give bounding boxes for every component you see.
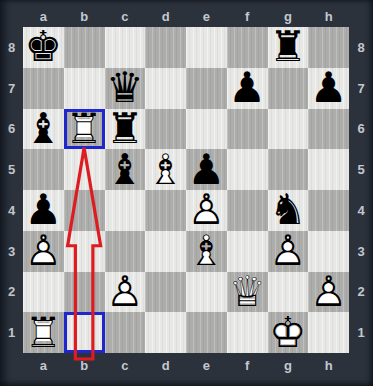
square-g6[interactable] — [268, 109, 309, 150]
square-f4[interactable] — [227, 190, 268, 231]
file-labels-top: abcdefgh — [23, 0, 349, 27]
square-c8[interactable] — [105, 27, 146, 68]
rank-label-7: 7 — [0, 68, 23, 109]
file-label-e: e — [186, 353, 227, 386]
piece-black-pawn[interactable]: ♟ — [188, 150, 226, 190]
rank-label-6: 6 — [0, 109, 23, 150]
square-e3[interactable]: ♝♗ — [186, 231, 227, 272]
piece-black-bishop[interactable]: ♝ — [106, 150, 144, 190]
rank-label-3: 3 — [349, 231, 373, 272]
rank-label-1: 1 — [0, 312, 23, 353]
file-label-d: d — [145, 0, 186, 27]
square-a5[interactable] — [23, 149, 64, 190]
square-f3[interactable] — [227, 231, 268, 272]
file-label-f: f — [227, 0, 268, 27]
file-label-g: g — [268, 0, 309, 27]
piece-glyph: ♝ — [25, 109, 63, 149]
rank-label-7: 7 — [349, 68, 373, 109]
square-g5[interactable] — [268, 149, 309, 190]
square-g3[interactable]: ♟♙ — [268, 231, 309, 272]
rank-label-4: 4 — [0, 190, 23, 231]
square-h7[interactable]: ♟ — [308, 68, 349, 109]
square-f8[interactable] — [227, 27, 268, 68]
square-h1[interactable] — [308, 312, 349, 353]
file-label-b: b — [64, 0, 105, 27]
piece-outline-glyph: ♙ — [106, 272, 144, 312]
rank-labels-right: 87654321 — [349, 27, 373, 353]
piece-black-king[interactable]: ♚ — [25, 27, 63, 67]
square-d7[interactable] — [145, 68, 186, 109]
square-a6[interactable]: ♝ — [23, 109, 64, 150]
piece-glyph: ♛ — [106, 68, 144, 108]
square-e1[interactable] — [186, 312, 227, 353]
square-c1[interactable] — [105, 312, 146, 353]
square-f5[interactable] — [227, 149, 268, 190]
square-f2[interactable]: ♛♕ — [227, 272, 268, 313]
square-e8[interactable] — [186, 27, 227, 68]
square-c6[interactable]: ♜ — [105, 109, 146, 150]
square-a3[interactable]: ♟♙ — [23, 231, 64, 272]
square-g1[interactable]: ♚♔ — [268, 312, 309, 353]
piece-glyph: ♟ — [25, 190, 63, 230]
square-b8[interactable] — [64, 27, 105, 68]
file-label-h: h — [308, 0, 349, 27]
square-d6[interactable] — [145, 109, 186, 150]
square-e5[interactable]: ♟ — [186, 149, 227, 190]
square-a1[interactable]: ♜♖ — [23, 312, 64, 353]
square-e6[interactable] — [186, 109, 227, 150]
square-h8[interactable] — [308, 27, 349, 68]
piece-white-bishop[interactable]: ♝♗ — [188, 231, 226, 271]
piece-outline-glyph: ♗ — [188, 231, 226, 271]
rank-label-3: 3 — [0, 231, 23, 272]
rank-label-5: 5 — [0, 149, 23, 190]
rank-label-8: 8 — [0, 27, 23, 68]
square-c4[interactable] — [105, 190, 146, 231]
piece-outline-glyph: ♔ — [269, 313, 307, 353]
square-c2[interactable]: ♟♙ — [105, 272, 146, 313]
rank-label-1: 1 — [349, 312, 373, 353]
piece-white-pawn[interactable]: ♟♙ — [310, 272, 348, 312]
square-b2[interactable] — [64, 272, 105, 313]
square-a4[interactable]: ♟ — [23, 190, 64, 231]
piece-white-bishop[interactable]: ♝♗ — [147, 150, 185, 190]
piece-white-rook[interactable]: ♜♖ — [25, 313, 63, 353]
piece-glyph: ♜ — [269, 27, 307, 67]
piece-glyph: ♜ — [106, 109, 144, 149]
square-c7[interactable]: ♛ — [105, 68, 146, 109]
piece-glyph: ♟ — [228, 68, 266, 108]
square-g7[interactable] — [268, 68, 309, 109]
chess-board[interactable]: ♚♜♛♟♟♝♜♖♜♝♝♗♟♟♟♙♞♟♙♝♗♟♙♟♙♛♕♟♙♜♖♚♔ — [23, 27, 349, 353]
square-f6[interactable] — [227, 109, 268, 150]
piece-black-pawn[interactable]: ♟ — [25, 190, 63, 230]
piece-white-queen[interactable]: ♛♕ — [228, 272, 266, 312]
square-h6[interactable] — [308, 109, 349, 150]
square-h4[interactable] — [308, 190, 349, 231]
square-b7[interactable] — [64, 68, 105, 109]
square-g2[interactable] — [268, 272, 309, 313]
piece-black-queen[interactable]: ♛ — [106, 68, 144, 108]
square-e2[interactable] — [186, 272, 227, 313]
square-e7[interactable] — [186, 68, 227, 109]
square-h5[interactable] — [308, 149, 349, 190]
piece-black-bishop[interactable]: ♝ — [25, 109, 63, 149]
piece-glyph: ♟ — [188, 150, 226, 190]
square-f1[interactable] — [227, 312, 268, 353]
rank-label-2: 2 — [0, 272, 23, 313]
piece-outline-glyph: ♗ — [147, 150, 185, 190]
square-b4[interactable] — [64, 190, 105, 231]
square-b5[interactable] — [64, 149, 105, 190]
square-d8[interactable] — [145, 27, 186, 68]
rank-label-8: 8 — [349, 27, 373, 68]
square-a7[interactable] — [23, 68, 64, 109]
file-label-a: a — [23, 0, 64, 27]
piece-white-pawn[interactable]: ♟♙ — [188, 190, 226, 230]
piece-glyph: ♞ — [269, 190, 307, 230]
file-label-b: b — [64, 353, 105, 386]
piece-outline-glyph: ♖ — [65, 109, 103, 149]
piece-black-pawn[interactable]: ♟ — [228, 68, 266, 108]
rank-label-5: 5 — [349, 149, 373, 190]
square-b1[interactable] — [64, 312, 105, 353]
file-label-d: d — [145, 353, 186, 386]
piece-outline-glyph: ♕ — [228, 272, 266, 312]
rank-label-6: 6 — [349, 109, 373, 150]
square-d4[interactable] — [145, 190, 186, 231]
square-d3[interactable] — [145, 231, 186, 272]
piece-outline-glyph: ♖ — [25, 313, 63, 353]
square-h3[interactable] — [308, 231, 349, 272]
piece-black-rook[interactable]: ♜ — [106, 109, 144, 149]
rank-labels-left: 87654321 — [0, 27, 23, 353]
file-label-g: g — [268, 353, 309, 386]
piece-glyph: ♝ — [106, 150, 144, 190]
piece-glyph: ♟ — [310, 68, 348, 108]
piece-outline-glyph: ♙ — [269, 231, 307, 271]
file-label-h: h — [308, 353, 349, 386]
rank-label-2: 2 — [349, 272, 373, 313]
square-h2[interactable]: ♟♙ — [308, 272, 349, 313]
chess-app-window: abcdefgh abcdefgh 87654321 87654321 ♚♜♛♟… — [0, 0, 373, 386]
piece-white-king[interactable]: ♚♔ — [269, 313, 307, 353]
file-label-f: f — [227, 353, 268, 386]
file-label-c: c — [105, 353, 146, 386]
square-a8[interactable]: ♚ — [23, 27, 64, 68]
square-c5[interactable]: ♝ — [105, 149, 146, 190]
piece-outline-glyph: ♙ — [188, 190, 226, 230]
square-c3[interactable] — [105, 231, 146, 272]
square-d5[interactable]: ♝♗ — [145, 149, 186, 190]
square-b6[interactable]: ♜♖ — [64, 109, 105, 150]
square-d2[interactable] — [145, 272, 186, 313]
piece-black-rook[interactable]: ♜ — [269, 27, 307, 67]
square-e4[interactable]: ♟♙ — [186, 190, 227, 231]
square-f7[interactable]: ♟ — [227, 68, 268, 109]
piece-white-pawn[interactable]: ♟♙ — [269, 231, 307, 271]
piece-white-pawn[interactable]: ♟♙ — [25, 231, 63, 271]
square-b3[interactable] — [64, 231, 105, 272]
square-g4[interactable]: ♞ — [268, 190, 309, 231]
rank-label-4: 4 — [349, 190, 373, 231]
file-labels-bottom: abcdefgh — [23, 353, 349, 386]
piece-white-rook[interactable]: ♜♖ — [65, 109, 103, 149]
file-label-a: a — [23, 353, 64, 386]
file-label-e: e — [186, 0, 227, 27]
piece-black-knight[interactable]: ♞ — [269, 190, 307, 230]
piece-white-pawn[interactable]: ♟♙ — [106, 272, 144, 312]
piece-outline-glyph: ♙ — [25, 231, 63, 271]
square-a2[interactable] — [23, 272, 64, 313]
piece-outline-glyph: ♙ — [310, 272, 348, 312]
piece-glyph: ♚ — [25, 27, 63, 67]
file-label-c: c — [105, 0, 146, 27]
square-d1[interactable] — [145, 312, 186, 353]
piece-black-pawn[interactable]: ♟ — [310, 68, 348, 108]
square-g8[interactable]: ♜ — [268, 27, 309, 68]
